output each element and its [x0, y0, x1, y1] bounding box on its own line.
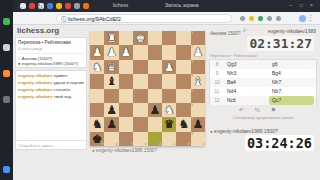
chat-message-text: спасибо [54, 87, 70, 92]
chat-username[interactable]: evgeniy-nikolaev [18, 73, 54, 78]
chat-message-text: привет [54, 73, 68, 78]
move-white[interactable]: Nh3 [224, 69, 269, 78]
file-label: a [202, 142, 204, 146]
address-bar[interactable]: ⓘ lichess.org/9AbCdEf2 [56, 14, 232, 23]
opponent-name[interactable]: Аноним 1500? [210, 31, 240, 36]
square-b7[interactable]: ♞ [176, 117, 190, 131]
extension-icon[interactable] [258, 16, 263, 21]
file-label: d [159, 142, 161, 146]
pinned-tab-icon[interactable] [56, 3, 62, 9]
square-g5[interactable] [104, 89, 118, 103]
chat-messages: evgeniy-nikolaev приветevgeniy-nikolaev … [18, 73, 84, 137]
home-icon[interactable]: ⌂ [47, 2, 51, 11]
file-label: f [131, 142, 132, 146]
square-c1[interactable] [162, 31, 176, 45]
move-white[interactable]: Nc6 [224, 96, 269, 105]
square-c5[interactable] [162, 89, 176, 103]
draw-offer-icon[interactable]: ½ [255, 107, 271, 113]
square-e4[interactable] [133, 74, 147, 88]
square-h4[interactable] [90, 74, 104, 88]
black-piece-B-g4[interactable]: ♝ [104, 74, 118, 88]
player-name[interactable]: ● evgeniy-nikolaev1989 1500? [210, 128, 278, 134]
chat-message: evgeniy-nikolaev твой ход [18, 94, 84, 99]
move-number: 12 [210, 96, 224, 105]
chat-message-text: удачи в партии [54, 80, 84, 85]
square-c4[interactable] [162, 74, 176, 88]
opponent-clock: 02:31:27 [247, 36, 314, 51]
file-label: e [145, 142, 147, 146]
chat-input[interactable]: Общайтесь здесь... [16, 140, 86, 149]
chat-username[interactable]: evgeniy-nikolaev [18, 80, 54, 85]
white-piece-N-h3[interactable]: ♞ [90, 60, 104, 74]
dock-app-icon[interactable] [3, 70, 10, 77]
square-c3[interactable]: ♟ [162, 60, 176, 74]
chat-username[interactable]: evgeniy-nikolaev [18, 94, 54, 99]
move-number: 9 [210, 69, 224, 78]
square-f2[interactable]: ♟ [119, 45, 133, 59]
square-c7[interactable]: ♛ [162, 117, 176, 131]
browser-avatar[interactable] [299, 15, 306, 22]
square-h7[interactable]: ♞ [90, 117, 104, 131]
square-f1[interactable] [119, 31, 133, 45]
search-icon[interactable]: ⌕ [243, 26, 247, 34]
white-piece-P-f2[interactable]: ♟ [119, 45, 133, 59]
chat-message: evgeniy-nikolaev спасибо [18, 87, 84, 92]
dock-app-icon[interactable] [3, 44, 10, 51]
game-action-buttons: ↶½⚑ [209, 106, 317, 113]
move-row: 10Ba4Nh7 [210, 78, 316, 87]
square-b8[interactable]: b [176, 132, 190, 146]
white-piece-K-e1[interactable]: ♚ [133, 31, 147, 45]
square-d6[interactable]: ♟ [148, 103, 162, 117]
square-f6[interactable] [119, 103, 133, 117]
back-icon[interactable]: ← [17, 2, 24, 11]
square-b2[interactable] [176, 45, 190, 59]
takeback-icon[interactable]: ↶ [239, 107, 255, 113]
draw-offer-text: Сопернику предложена ничья [212, 115, 314, 121]
square-a2[interactable]: ♟2 [191, 45, 205, 59]
move-black[interactable]: Nb7 [269, 87, 314, 96]
rank-label: 2 [191, 45, 193, 49]
square-e7[interactable] [133, 117, 147, 131]
pinned-tab-icon[interactable] [74, 3, 80, 9]
square-h6[interactable] [90, 103, 104, 117]
square-b3[interactable] [176, 60, 190, 74]
square-h2[interactable]: ♟ [90, 45, 104, 59]
chess-board: ♜♚1♟♟♟♟2♞♛♟3♝♝45♟♟♞6♞♟♛♞♟7♚hgfedcba8 [90, 31, 205, 146]
move-black[interactable]: Qc7 [269, 96, 314, 105]
browser-menu-icon[interactable]: ⋮ [307, 14, 314, 22]
rank-label: 7 [191, 117, 193, 121]
square-a1[interactable]: 1 [191, 31, 205, 45]
square-d5[interactable] [148, 89, 162, 103]
board-player-bar[interactable]: ● evgeniy-nikolaev1989 1500? [92, 148, 157, 153]
square-e8[interactable]: e [133, 132, 147, 146]
square-g1[interactable]: ♜ [104, 31, 118, 45]
reload-icon[interactable]: ↻ [37, 2, 43, 11]
square-d2[interactable] [148, 45, 162, 59]
black-piece-N-b7[interactable]: ♞ [176, 117, 190, 131]
black-piece-Q-c7[interactable]: ♛ [162, 117, 176, 131]
square-d3[interactable] [148, 60, 162, 74]
white-piece-P-g2[interactable]: ♟ [104, 45, 118, 59]
white-piece-P-h2[interactable]: ♟ [90, 45, 104, 59]
file-label: c [174, 142, 176, 146]
move-number: 10 [210, 78, 224, 87]
chat-username[interactable]: evgeniy-nikolaev [18, 87, 54, 92]
online-indicator-icon: ● [210, 129, 213, 134]
square-d7[interactable] [148, 117, 162, 131]
game-meta-type: Переписка • Рейтинговая [18, 40, 84, 45]
square-a6[interactable]: 6 [191, 103, 205, 117]
square-e5[interactable] [133, 89, 147, 103]
move-black[interactable]: Bg4 [269, 69, 314, 78]
square-f8[interactable]: f [119, 132, 133, 146]
black-player-label[interactable]: ● evgeniy-nikolaev1989 (1500?) [18, 61, 84, 66]
square-h5[interactable] [90, 89, 104, 103]
square-d8[interactable]: d [148, 132, 162, 146]
file-label: g [116, 142, 118, 146]
square-h3[interactable]: ♞ [90, 60, 104, 74]
square-f4[interactable] [119, 74, 133, 88]
game-subtitle: Переписка • Рейтинговая [210, 53, 257, 58]
move-row: 12Nc6Qc7 [210, 96, 316, 105]
white-piece-R-g1[interactable]: ♜ [104, 31, 118, 45]
file-label: h [101, 142, 103, 146]
square-g7[interactable]: ♟ [104, 117, 118, 131]
square-h1[interactable] [90, 31, 104, 45]
window-controls[interactable]: ─ □ × [289, 2, 316, 8]
move-list: 8Qg3g69Nh3Bg410Ba4Nh711Nd4Nb712Nc6Qc7 [209, 59, 317, 105]
online-indicator-icon: ● [92, 148, 95, 153]
dock-app-icon[interactable] [3, 18, 10, 25]
move-row: 8Qg3g6 [210, 60, 316, 69]
move-white[interactable]: Nd4 [224, 87, 269, 96]
player-name-text[interactable]: evgeniy-nikolaev1989 1500? [214, 128, 278, 134]
move-black[interactable]: g6 [269, 60, 314, 69]
square-e2[interactable] [133, 45, 147, 59]
move-white[interactable]: Qg3 [224, 60, 269, 69]
square-b6[interactable] [176, 103, 190, 117]
square-b1[interactable] [176, 31, 190, 45]
square-d1[interactable] [148, 31, 162, 45]
desktop: lichess Запись экрана ─ □ × ← → ↻ ⌂ ⓘ li… [0, 0, 320, 180]
extension-icon[interactable] [267, 16, 272, 21]
file-label: b [188, 142, 190, 146]
square-b4[interactable] [176, 74, 190, 88]
rank-label: 4 [191, 74, 193, 78]
square-f5[interactable] [119, 89, 133, 103]
square-c6[interactable]: ♞ [162, 103, 176, 117]
square-a3[interactable]: 3 [191, 60, 205, 74]
square-g8[interactable]: g [104, 132, 118, 146]
move-number: 8 [210, 60, 224, 69]
move-row: 11Nd4Nb7 [210, 87, 316, 96]
pinned-tab-icon[interactable] [83, 3, 89, 9]
rank-label: 1 [191, 31, 193, 35]
square-d4[interactable] [148, 74, 162, 88]
player-clock: 03:24:26 [245, 135, 314, 151]
white-piece-Q-g3[interactable]: ♛ [104, 60, 118, 74]
square-g3[interactable]: ♛ [104, 60, 118, 74]
black-piece-P-g6[interactable]: ♟ [104, 103, 118, 117]
square-a8[interactable]: a8 [191, 132, 205, 146]
chat-message: evgeniy-nikolaev привет [18, 73, 84, 78]
lichess-logo[interactable]: lichess.org [17, 26, 59, 35]
white-piece-N-c6[interactable]: ♞ [162, 103, 176, 117]
white-piece-P-c3[interactable]: ♟ [162, 60, 176, 74]
chat-message: evgeniy-nikolaev удачи в партии [18, 80, 84, 85]
square-g4[interactable]: ♝ [104, 74, 118, 88]
move-row: 9Nh3Bg4 [210, 69, 316, 78]
browser-tab-lichess[interactable]: lichess [113, 2, 128, 8]
move-white[interactable]: Ba4 [224, 78, 269, 87]
move-black[interactable]: Nh7 [269, 78, 314, 87]
black-piece-P-d6[interactable]: ♟ [148, 103, 162, 117]
pinned-tab-icon[interactable] [65, 3, 71, 9]
rank-label: 3 [191, 60, 193, 64]
rank-label: 6 [191, 103, 193, 107]
black-piece-N-h7[interactable]: ♞ [90, 117, 104, 131]
square-c2[interactable] [162, 45, 176, 59]
resign-icon[interactable]: ⚑ [271, 107, 287, 113]
rank-label: 8 [191, 132, 193, 136]
app-dock [0, 0, 13, 180]
square-e6[interactable] [133, 103, 147, 117]
square-g2[interactable]: ♟ [104, 45, 118, 59]
forward-icon[interactable]: → [27, 2, 34, 11]
header-username[interactable]: evgeniy-nikolaev1989 [268, 28, 316, 34]
square-e3[interactable] [133, 60, 147, 74]
browser-tab-screen-record[interactable]: Запись экрана [165, 2, 199, 8]
game-meta-card: Переписка • Рейтинговая 4 часа назад ○ А… [15, 37, 87, 68]
move-number: 11 [210, 87, 224, 96]
square-b5[interactable] [176, 89, 190, 103]
square-h8[interactable]: ♚h [90, 132, 104, 146]
square-c8[interactable]: c [162, 132, 176, 146]
black-piece-P-g7[interactable]: ♟ [104, 117, 118, 131]
square-e1[interactable]: ♚ [133, 31, 147, 45]
square-f7[interactable] [119, 117, 133, 131]
extension-icon[interactable] [249, 16, 254, 21]
browser-tab-strip: lichess Запись экрана ─ □ × [13, 0, 320, 12]
square-f3[interactable] [119, 60, 133, 74]
game-meta-time: 4 часа назад [18, 46, 84, 51]
square-a5[interactable]: 5 [191, 89, 205, 103]
extension-icon[interactable] [240, 16, 245, 21]
rank-label: 5 [191, 89, 193, 93]
square-a7[interactable]: ♟7 [191, 117, 205, 131]
dock-app-icon[interactable] [3, 166, 10, 173]
square-a4[interactable]: ♝4 [191, 74, 205, 88]
chat-message-text: твой ход [54, 94, 71, 99]
chat-panel: evgeniy-nikolaev приветevgeniy-nikolaev … [15, 70, 87, 150]
square-g6[interactable]: ♟ [104, 103, 118, 117]
dock-app-icon[interactable] [3, 96, 10, 103]
extension-icon[interactable] [276, 16, 281, 21]
board-player-name[interactable]: evgeniy-nikolaev1989 1500? [96, 148, 157, 153]
